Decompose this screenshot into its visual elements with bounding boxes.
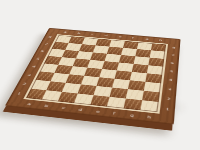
rank-label-6: 6 (40, 50, 44, 52)
rank-label-5: 5 (170, 70, 173, 73)
product-photo: abcdefgh abcdefgh 87654321 87654321 (0, 0, 200, 150)
file-label-g: g (145, 38, 148, 40)
file-label-f: f (113, 112, 116, 115)
file-label-d: d (78, 108, 82, 111)
file-label-h: h (160, 39, 163, 41)
file-label-e: e (96, 110, 100, 113)
file-label-b: b (44, 104, 48, 107)
rank-label-3: 3 (168, 88, 171, 91)
file-label-a: a (27, 103, 31, 106)
rank-label-4: 4 (169, 79, 172, 82)
file-label-b: b (77, 32, 80, 34)
rank-label-5: 5 (36, 57, 40, 60)
file-label-c: c (61, 106, 65, 109)
rank-label-2: 2 (167, 97, 170, 100)
rank-label-1: 1 (17, 92, 22, 95)
file-label-g: g (130, 114, 134, 118)
rank-label-7: 7 (44, 43, 48, 45)
rank-label-6: 6 (171, 62, 174, 65)
square-h1 (140, 100, 158, 112)
rank-label-2: 2 (22, 83, 26, 86)
rank-label-1: 1 (166, 107, 170, 110)
file-label-f: f (132, 37, 134, 39)
rank-label-8: 8 (172, 47, 175, 49)
file-label-c: c (91, 33, 94, 35)
square-g1 (124, 99, 143, 111)
rank-label-3: 3 (27, 74, 31, 77)
rank-label-8: 8 (48, 36, 52, 38)
file-label-h: h (148, 116, 152, 120)
file-label-d: d (104, 35, 107, 37)
file-label-a: a (64, 31, 67, 33)
file-label-e: e (118, 36, 121, 38)
rank-label-7: 7 (171, 54, 174, 56)
rank-label-4: 4 (32, 65, 36, 68)
